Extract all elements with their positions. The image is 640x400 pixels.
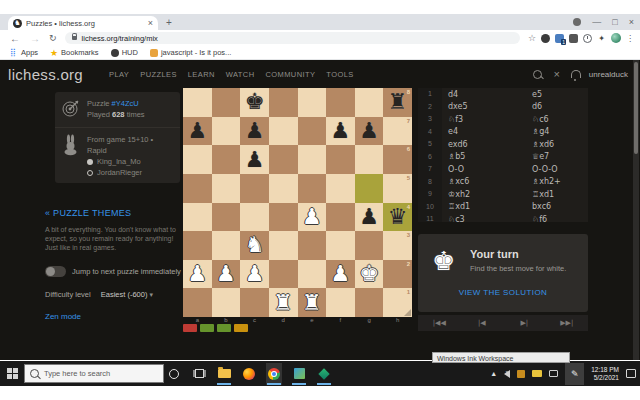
rank-label: 8 [407,89,410,95]
move-row: 5exd6♗xd6 [418,138,588,151]
square-c6[interactable]: ♟ [240,145,269,174]
forward-button[interactable]: → [30,33,40,44]
square-d3[interactable] [269,231,298,260]
cortana-icon [169,369,179,379]
square-a1[interactable] [183,288,212,317]
puzzle-label: Puzzle [87,99,110,108]
played-suffix: times [127,110,145,119]
piece-white-pawn[interactable]: ♟ [187,263,207,285]
bookmark-label: Bookmarks [61,48,99,57]
diamond-app-icon [318,368,329,379]
square-f8[interactable] [326,88,355,117]
piece-black-pawn[interactable]: ♟ [245,120,265,142]
square-c3[interactable]: ♞ [240,231,269,260]
diamond-app-button[interactable] [316,363,332,385]
search-magnifier-icon [30,369,39,378]
difficulty-select[interactable]: Easiest (-600) ▾ [101,290,153,299]
move-white[interactable]: ♗b5 [442,152,526,161]
bookmark-star-icon[interactable]: ☆ [528,33,536,43]
bookmark-label: HUD [122,48,138,57]
square-c2[interactable]: ♟ [240,260,269,289]
square-a7[interactable]: ♟ [183,117,212,146]
last-move-button[interactable]: ▶▶| [546,319,589,327]
pen-icon: ✎ [571,369,579,379]
file-label: f [326,317,355,324]
square-b7[interactable] [212,117,241,146]
move-row: 10♖xd1bxc6 [418,201,588,214]
move-number: 7 [418,163,442,176]
square-c8[interactable]: ♚ [240,88,269,117]
square-g8[interactable] [355,88,384,117]
piece-white-pawn[interactable]: ♟ [331,263,351,285]
lock-icon [72,36,77,40]
file-explorer-icon [218,369,231,378]
start-button-icon[interactable] [7,368,18,379]
bookmark-item[interactable]: javascript - Is it pos... [150,48,231,57]
move-number: 9 [418,188,442,201]
piece-white-pawn[interactable]: ♟ [245,263,265,285]
square-a2[interactable]: ♟ [183,260,212,289]
square-b3[interactable] [212,231,241,260]
photos-icon [294,368,305,379]
firefox-button[interactable] [241,363,257,385]
move-number: 8 [418,176,442,189]
rank-label: 6 [407,146,410,152]
file-label: g [355,317,384,324]
square-a5[interactable] [183,174,212,203]
square-h4[interactable]: 4♛ [383,203,412,232]
player-black-name: JordanRieger [97,167,142,178]
extension-dark-icon[interactable] [569,34,578,43]
puzzle-id-link[interactable]: #Y4ZcU [112,99,139,108]
your-turn-panel: ♚ Your turn Find the best move for white… [418,234,588,312]
firefox-icon [243,368,255,380]
bookmarks-bar: ⣿Apps★BookmarksHUDjavascript - Is it pos… [0,46,640,60]
back-button[interactable]: ← [10,33,20,44]
square-b6[interactable] [212,145,241,174]
move-row: 3♘f3♘c6 [418,113,588,126]
tab-strip: ♞ Puzzles • lichess.org × + — □ × [0,14,640,30]
black-player-icon [87,170,93,176]
move-row: 9♔xh2♖xd1 [418,188,588,201]
view-solution-link[interactable]: VIEW THE SOLUTION [418,288,588,297]
cortana-button[interactable] [166,363,182,385]
move-white[interactable]: e4 [442,127,526,136]
file-label: c [240,317,269,324]
piece-black-queen[interactable]: ♛ [388,206,408,228]
jump-label: Jump to next puzzle immediately [72,267,181,276]
square-e7[interactable] [298,117,327,146]
square-f1[interactable] [326,288,355,317]
windows-ink-button[interactable]: ✎ [565,363,584,385]
move-white[interactable]: dxe5 [442,102,526,111]
board-resize-handle[interactable] [404,309,411,316]
volume-muted-icon[interactable] [504,370,510,378]
square-f3[interactable] [326,231,355,260]
piece-white-king[interactable]: ♚ [359,263,379,285]
action-center-icon[interactable] [626,369,636,378]
piece-black-rook[interactable]: ♜ [388,91,408,113]
lichess-page: lichess.org PLAYPUZZLESLEARNWATCHCOMMUNI… [0,60,640,360]
reload-button[interactable]: ↻ [49,33,57,43]
piece-black-pawn[interactable]: ♟ [187,120,207,142]
puzzle-themes-description: A bit of everything. You don't know what… [45,225,181,252]
square-d7[interactable] [269,117,298,146]
url-bar[interactable]: lichess.org/training/mix [65,32,520,44]
lichess-favicon-icon: ♞ [13,19,22,28]
chevron-down-icon: ▾ [150,291,154,298]
bookmark-item[interactable]: HUD [111,48,138,57]
lichess-logo[interactable]: lichess.org [8,66,83,83]
nav-community[interactable]: COMMUNITY [265,70,315,79]
nav-puzzles[interactable]: PUZZLES [140,70,177,79]
url-text: lichess.org/training/mix [82,34,158,43]
move-row: 4e4♗g4 [418,126,588,139]
window-menu-icon[interactable] [573,18,581,26]
move-black[interactable]: ♘f6 [526,215,588,222]
task-view-button[interactable] [191,363,207,385]
piece-black-pawn[interactable]: ♟ [359,120,379,142]
move-white[interactable]: ♘f3 [442,115,526,124]
square-b5[interactable] [212,174,241,203]
window-close-button[interactable]: × [629,17,634,27]
square-a4[interactable] [183,203,212,232]
your-turn-title: Your turn [470,248,519,260]
square-h3[interactable]: 3 [383,231,412,260]
square-f4[interactable] [326,203,355,232]
rank-label: 5 [407,175,410,181]
square-h8[interactable]: 8♜ [383,88,412,117]
extension-badge-icon[interactable] [555,34,564,43]
square-e2[interactable] [298,260,327,289]
time: 12:18 PM [591,366,619,373]
session-win[interactable] [217,324,231,332]
piece-white-rook[interactable]: ♜ [273,292,293,314]
move-black[interactable]: ♗xh2+ [526,177,588,186]
square-g1[interactable] [355,288,384,317]
first-move-button[interactable]: |◀◀ [418,319,461,327]
browser-toolbar: ← → ↻ lichess.org/training/mix ☆ ✦ ⋮ [0,30,640,46]
square-e3[interactable] [298,231,327,260]
task-view-icon [195,369,204,378]
scrollbar-thumb[interactable] [634,62,638,154]
session-win[interactable] [200,324,214,332]
username[interactable]: unrealduck [589,70,628,79]
square-d5[interactable] [269,174,298,203]
move-row: 1d4e5 [418,88,588,101]
hidden-icons-chevron[interactable]: ▲ [490,370,497,377]
rapid-rabbit-icon [61,134,81,178]
white-player-icon [87,159,93,165]
replay-nav: |◀◀ |◀ ▶| ▶▶| [418,315,588,331]
puzzle-themes-section: « PUZZLE THEMES A bit of everything. You… [45,208,181,252]
file-label: b [212,317,241,324]
move-list: 1d4e52dxe5d63♘f3♘c64e4♗g45exd6♗xd66♗b5♕e… [418,88,588,222]
move-number: 2 [418,101,442,114]
square-e1[interactable]: ♜ [298,288,327,317]
prev-move-button[interactable]: |◀ [461,319,504,327]
browser-menu-icon[interactable]: ⋮ [626,34,634,43]
square-b2[interactable]: ♟ [212,260,241,289]
played-prefix: Played [87,110,110,119]
piece-white-pawn[interactable]: ♟ [216,263,236,285]
move-number: 1 [418,88,442,101]
rank-label: 3 [407,232,410,238]
session-fail[interactable] [183,324,197,332]
move-number: 10 [418,201,442,214]
tab-title: Puzzles • lichess.org [26,19,145,28]
file-label: a [183,317,212,324]
profile-avatar[interactable] [611,33,621,43]
square-g5[interactable] [355,174,384,203]
puzzle-info-panel: Puzzle #Y4ZcU Played 628 times [55,92,180,183]
file-label: h [383,317,412,324]
extension-clock-icon[interactable] [583,34,592,43]
screen: ♞ Puzzles • lichess.org × + — □ × ← → ↻ … [0,0,640,400]
challenges-icon[interactable]: × [553,69,559,79]
square-g4[interactable]: ♟ [355,203,384,232]
globe-icon [111,49,119,57]
square-h7[interactable]: 7 [383,117,412,146]
move-white[interactable]: d4 [442,90,526,99]
file-label: d [269,317,298,324]
target-icon [61,98,81,122]
difficulty-value: Easiest (-600) [101,290,148,299]
white-king-icon: ♚ [432,248,455,274]
square-d1[interactable]: ♜ [269,288,298,317]
move-black[interactable]: e5 [526,90,588,99]
move-black[interactable]: ♗xd6 [526,140,588,149]
square-c5[interactable] [240,174,269,203]
piece-black-pawn[interactable]: ♟ [245,149,265,171]
jump-toggle[interactable] [45,266,66,277]
puzzle-settings: Jump to next puzzle immediately Difficul… [45,266,181,299]
piece-black-king[interactable]: ♚ [245,91,265,113]
new-tab-button[interactable]: + [166,17,172,28]
square-c4[interactable] [240,203,269,232]
square-h6[interactable]: 6 [383,145,412,174]
browser-tab[interactable]: ♞ Puzzles • lichess.org × [8,16,158,30]
square-c7[interactable]: ♟ [240,117,269,146]
square-d8[interactable] [269,88,298,117]
piece-black-pawn[interactable]: ♟ [359,206,379,228]
square-e5[interactable] [298,174,327,203]
square-e4[interactable]: ♟ [298,203,327,232]
nav-play[interactable]: PLAY [109,70,129,79]
rank-label: 2 [407,261,410,267]
network-icon[interactable] [549,370,558,377]
date: 5/2/2021 [594,374,619,381]
square-a3[interactable] [183,231,212,260]
your-turn-subtitle: Find the best move for white. [470,264,566,273]
next-move-button[interactable]: ▶| [503,319,546,327]
player-white[interactable]: King_lna_Mo [87,156,174,167]
session-current[interactable] [234,324,248,332]
square-h5[interactable]: 5 [383,174,412,203]
move-black[interactable]: ♘c6 [526,115,588,124]
move-white[interactable]: O-O [442,165,526,174]
from-game-label[interactable]: From game 15+10 • Rapid [87,134,174,156]
file-label: e [298,317,327,324]
bookmark-item[interactable]: ⣿Apps [10,48,38,57]
move-black[interactable]: ♖xd1 [526,190,588,199]
square-e8[interactable] [298,88,327,117]
chrome-button[interactable] [266,363,282,385]
star-icon: ★ [50,49,58,57]
rank-label: 1 [407,289,410,295]
square-g6[interactable] [355,145,384,174]
player-white-name: King_lna_Mo [97,156,141,167]
move-black[interactable]: ♗g4 [526,127,588,136]
windows-taskbar: Type here to search ▲ ✎ 12:18 PM 5/2/202… [0,361,640,386]
window-maximize-button[interactable]: □ [612,17,617,27]
move-black[interactable]: d6 [526,102,588,111]
nav-watch[interactable]: WATCH [226,70,255,79]
puzzle-session-strip [183,324,248,332]
square-d6[interactable] [269,145,298,174]
ink-workspace-tooltip: Windows Ink Workspace [432,352,570,363]
photos-button[interactable] [291,363,307,385]
bookmark-label: Apps [21,48,38,57]
square-g7[interactable]: ♟ [355,117,384,146]
piece-black-pawn[interactable]: ♟ [331,120,351,142]
move-white[interactable]: ♗xc6 [442,177,526,186]
move-black[interactable]: bxc6 [526,202,588,211]
move-black[interactable]: ♕e7 [526,152,588,161]
square-f6[interactable] [326,145,355,174]
move-row: 7O-OO-O-O [418,163,588,176]
square-b4[interactable] [212,203,241,232]
square-a8[interactable] [183,88,212,117]
square-b1[interactable] [212,288,241,317]
move-row: 6♗b5♕e7 [418,151,588,164]
piece-white-rook[interactable]: ♜ [302,292,322,314]
played-count: 628 [112,110,125,119]
move-white[interactable]: ♘c3 [442,215,526,222]
piece-white-pawn[interactable]: ♟ [302,206,322,228]
piece-white-knight[interactable]: ♞ [245,234,265,256]
tray-folder-icon[interactable] [532,370,542,377]
move-white[interactable]: ♖xd1 [442,202,526,211]
square-d2[interactable] [269,260,298,289]
move-number: 3 [418,113,442,126]
move-row: 2dxe5d6 [418,101,588,114]
square-g2[interactable]: ♚ [355,260,384,289]
tray-app-icon[interactable] [517,370,525,378]
chess-board: ♚8♜♟♟♟♟7♟65♟♟4♛♞3♟♟♟♟♚2♜♜1 [183,88,412,317]
bookmark-item[interactable]: ★Bookmarks [50,48,99,57]
lichess-header: lichess.org PLAYPUZZLESLEARNWATCHCOMMUNI… [0,60,628,88]
tab-close-icon[interactable]: × [148,18,153,28]
search-icon[interactable] [533,70,542,79]
nav-tools[interactable]: TOOLS [326,70,353,79]
taskbar-search[interactable]: Type here to search [24,364,164,383]
square-e6[interactable] [298,145,327,174]
file-labels: abcdefgh [183,317,412,324]
extension-adblock-icon[interactable] [541,34,550,43]
move-black[interactable]: O-O-O [526,165,588,174]
square-b8[interactable] [212,88,241,117]
move-number: 4 [418,126,442,139]
extension-star-icon[interactable]: ✦ [597,34,606,43]
move-white[interactable]: exd6 [442,140,526,149]
apps-grid-icon: ⣿ [10,49,18,57]
zen-mode-link[interactable]: Zen mode [45,312,81,321]
square-g3[interactable] [355,231,384,260]
square-h2[interactable]: 2 [383,260,412,289]
square-f5[interactable] [326,174,355,203]
move-number: 5 [418,138,442,151]
taskbar-search-placeholder: Type here to search [44,369,110,378]
move-row: 11♘c3♘f6 [418,213,588,222]
square-a6[interactable] [183,145,212,174]
difficulty-label: Difficulty level [45,290,91,299]
chrome-icon [268,368,280,380]
move-row: 8♗xc6♗xh2+ [418,176,588,189]
move-number: 6 [418,151,442,164]
bookmark-label: javascript - Is it pos... [161,48,231,57]
player-black[interactable]: JordanRieger [87,167,174,178]
square-f2[interactable]: ♟ [326,260,355,289]
square-f7[interactable]: ♟ [326,117,355,146]
square-d4[interactable] [269,203,298,232]
notifications-bell-icon[interactable] [571,70,581,78]
move-number: 11 [418,213,442,222]
rank-label: 4 [407,204,410,210]
file-explorer-button[interactable] [216,363,232,385]
script-icon [150,49,158,57]
puzzle-themes-link[interactable]: « PUZZLE THEMES [45,208,181,218]
taskbar-clock[interactable]: 12:18 PM 5/2/2021 [591,366,619,382]
window-minimize-button[interactable]: — [592,17,601,27]
rank-label: 7 [407,118,410,124]
nav-learn[interactable]: LEARN [188,70,215,79]
square-c1[interactable] [240,288,269,317]
move-white[interactable]: ♔xh2 [442,190,526,199]
